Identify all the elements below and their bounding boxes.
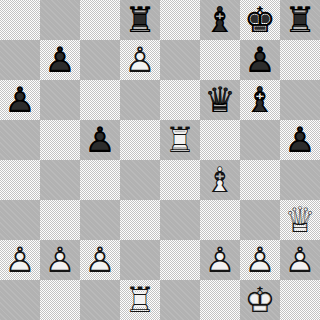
square-d5[interactable] xyxy=(120,120,160,160)
square-f4[interactable]: ♝♗ xyxy=(200,160,240,200)
square-a1[interactable] xyxy=(0,280,40,320)
black-pawn-outline-glyph: ♙ xyxy=(40,40,80,80)
black-pawn-g7[interactable]: ♟♙ xyxy=(240,40,280,80)
square-d2[interactable] xyxy=(120,240,160,280)
square-d6[interactable] xyxy=(120,80,160,120)
black-pawn-outline-glyph: ♙ xyxy=(280,120,320,160)
square-c2[interactable]: ♟♙ xyxy=(80,240,120,280)
square-e7[interactable] xyxy=(160,40,200,80)
square-a3[interactable] xyxy=(0,200,40,240)
black-pawn-b7[interactable]: ♟♙ xyxy=(40,40,80,80)
black-rook-outline-glyph: ♖ xyxy=(120,0,160,40)
white-pawn-d7[interactable]: ♟♙ xyxy=(120,40,160,80)
white-king-g1[interactable]: ♚♔ xyxy=(240,280,280,320)
square-f2[interactable]: ♟♙ xyxy=(200,240,240,280)
white-pawn-outline-glyph: ♙ xyxy=(80,240,120,280)
square-b8[interactable] xyxy=(40,0,80,40)
square-c8[interactable] xyxy=(80,0,120,40)
black-pawn-c5[interactable]: ♟♙ xyxy=(80,120,120,160)
square-e6[interactable] xyxy=(160,80,200,120)
square-h8[interactable]: ♜♖ xyxy=(280,0,320,40)
square-e4[interactable] xyxy=(160,160,200,200)
square-c4[interactable] xyxy=(80,160,120,200)
square-a5[interactable] xyxy=(0,120,40,160)
square-d8[interactable]: ♜♖ xyxy=(120,0,160,40)
black-bishop-outline-glyph: ♗ xyxy=(200,0,240,40)
white-pawn-a2[interactable]: ♟♙ xyxy=(0,240,40,280)
square-d1[interactable]: ♜♖ xyxy=(120,280,160,320)
square-e8[interactable] xyxy=(160,0,200,40)
white-rook-e5[interactable]: ♜♖ xyxy=(160,120,200,160)
black-pawn-h5[interactable]: ♟♙ xyxy=(280,120,320,160)
white-pawn-outline-glyph: ♙ xyxy=(200,240,240,280)
square-b4[interactable] xyxy=(40,160,80,200)
white-queen-outline-glyph: ♕ xyxy=(280,200,320,240)
black-pawn-a6[interactable]: ♟♙ xyxy=(0,80,40,120)
square-b3[interactable] xyxy=(40,200,80,240)
square-g1[interactable]: ♚♔ xyxy=(240,280,280,320)
square-d7[interactable]: ♟♙ xyxy=(120,40,160,80)
square-h3[interactable]: ♛♕ xyxy=(280,200,320,240)
white-queen-h3[interactable]: ♛♕ xyxy=(280,200,320,240)
white-pawn-c2[interactable]: ♟♙ xyxy=(80,240,120,280)
square-b5[interactable] xyxy=(40,120,80,160)
black-rook-d8[interactable]: ♜♖ xyxy=(120,0,160,40)
square-e3[interactable] xyxy=(160,200,200,240)
black-king-outline-glyph: ♔ xyxy=(240,0,280,40)
black-bishop-f8[interactable]: ♝♗ xyxy=(200,0,240,40)
square-f3[interactable] xyxy=(200,200,240,240)
white-pawn-outline-glyph: ♙ xyxy=(280,240,320,280)
square-c5[interactable]: ♟♙ xyxy=(80,120,120,160)
chess-board: ♜♖♝♗♚♔♜♖♟♙♟♙♟♙♟♙♛♕♝♗♟♙♜♖♟♙♝♗♛♕♟♙♟♙♟♙♟♙♟♙… xyxy=(0,0,320,320)
square-c7[interactable] xyxy=(80,40,120,80)
square-f6[interactable]: ♛♕ xyxy=(200,80,240,120)
white-pawn-outline-glyph: ♙ xyxy=(40,240,80,280)
square-g7[interactable]: ♟♙ xyxy=(240,40,280,80)
black-king-g8[interactable]: ♚♔ xyxy=(240,0,280,40)
square-e2[interactable] xyxy=(160,240,200,280)
black-queen-f6[interactable]: ♛♕ xyxy=(200,80,240,120)
white-pawn-h2[interactable]: ♟♙ xyxy=(280,240,320,280)
square-f5[interactable] xyxy=(200,120,240,160)
white-pawn-outline-glyph: ♙ xyxy=(120,40,160,80)
square-g2[interactable]: ♟♙ xyxy=(240,240,280,280)
square-f8[interactable]: ♝♗ xyxy=(200,0,240,40)
square-c6[interactable] xyxy=(80,80,120,120)
square-a2[interactable]: ♟♙ xyxy=(0,240,40,280)
black-pawn-outline-glyph: ♙ xyxy=(0,80,40,120)
black-rook-outline-glyph: ♖ xyxy=(280,0,320,40)
square-c3[interactable] xyxy=(80,200,120,240)
square-b7[interactable]: ♟♙ xyxy=(40,40,80,80)
square-g3[interactable] xyxy=(240,200,280,240)
black-pawn-outline-glyph: ♙ xyxy=(240,40,280,80)
black-rook-h8[interactable]: ♜♖ xyxy=(280,0,320,40)
white-rook-outline-glyph: ♖ xyxy=(120,280,160,320)
square-h7[interactable] xyxy=(280,40,320,80)
square-h4[interactable] xyxy=(280,160,320,200)
white-pawn-f2[interactable]: ♟♙ xyxy=(200,240,240,280)
square-d4[interactable] xyxy=(120,160,160,200)
square-h6[interactable] xyxy=(280,80,320,120)
black-pawn-outline-glyph: ♙ xyxy=(80,120,120,160)
square-h2[interactable]: ♟♙ xyxy=(280,240,320,280)
square-c1[interactable] xyxy=(80,280,120,320)
square-e1[interactable] xyxy=(160,280,200,320)
square-a8[interactable] xyxy=(0,0,40,40)
white-pawn-b2[interactable]: ♟♙ xyxy=(40,240,80,280)
white-pawn-outline-glyph: ♙ xyxy=(0,240,40,280)
black-bishop-g6[interactable]: ♝♗ xyxy=(240,80,280,120)
square-h5[interactable]: ♟♙ xyxy=(280,120,320,160)
square-f1[interactable] xyxy=(200,280,240,320)
square-g5[interactable] xyxy=(240,120,280,160)
square-f7[interactable] xyxy=(200,40,240,80)
square-h1[interactable] xyxy=(280,280,320,320)
square-g4[interactable] xyxy=(240,160,280,200)
square-d3[interactable] xyxy=(120,200,160,240)
white-pawn-g2[interactable]: ♟♙ xyxy=(240,240,280,280)
square-g6[interactable]: ♝♗ xyxy=(240,80,280,120)
white-pawn-outline-glyph: ♙ xyxy=(240,240,280,280)
square-a4[interactable] xyxy=(0,160,40,200)
white-king-outline-glyph: ♔ xyxy=(240,280,280,320)
square-e5[interactable]: ♜♖ xyxy=(160,120,200,160)
black-bishop-outline-glyph: ♗ xyxy=(240,80,280,120)
white-rook-d1[interactable]: ♜♖ xyxy=(120,280,160,320)
white-bishop-outline-glyph: ♗ xyxy=(200,160,240,200)
square-b6[interactable] xyxy=(40,80,80,120)
white-bishop-f4[interactable]: ♝♗ xyxy=(200,160,240,200)
square-a7[interactable] xyxy=(0,40,40,80)
square-a6[interactable]: ♟♙ xyxy=(0,80,40,120)
square-b2[interactable]: ♟♙ xyxy=(40,240,80,280)
black-queen-outline-glyph: ♕ xyxy=(200,80,240,120)
square-b1[interactable] xyxy=(40,280,80,320)
square-g8[interactable]: ♚♔ xyxy=(240,0,280,40)
white-rook-outline-glyph: ♖ xyxy=(160,120,200,160)
